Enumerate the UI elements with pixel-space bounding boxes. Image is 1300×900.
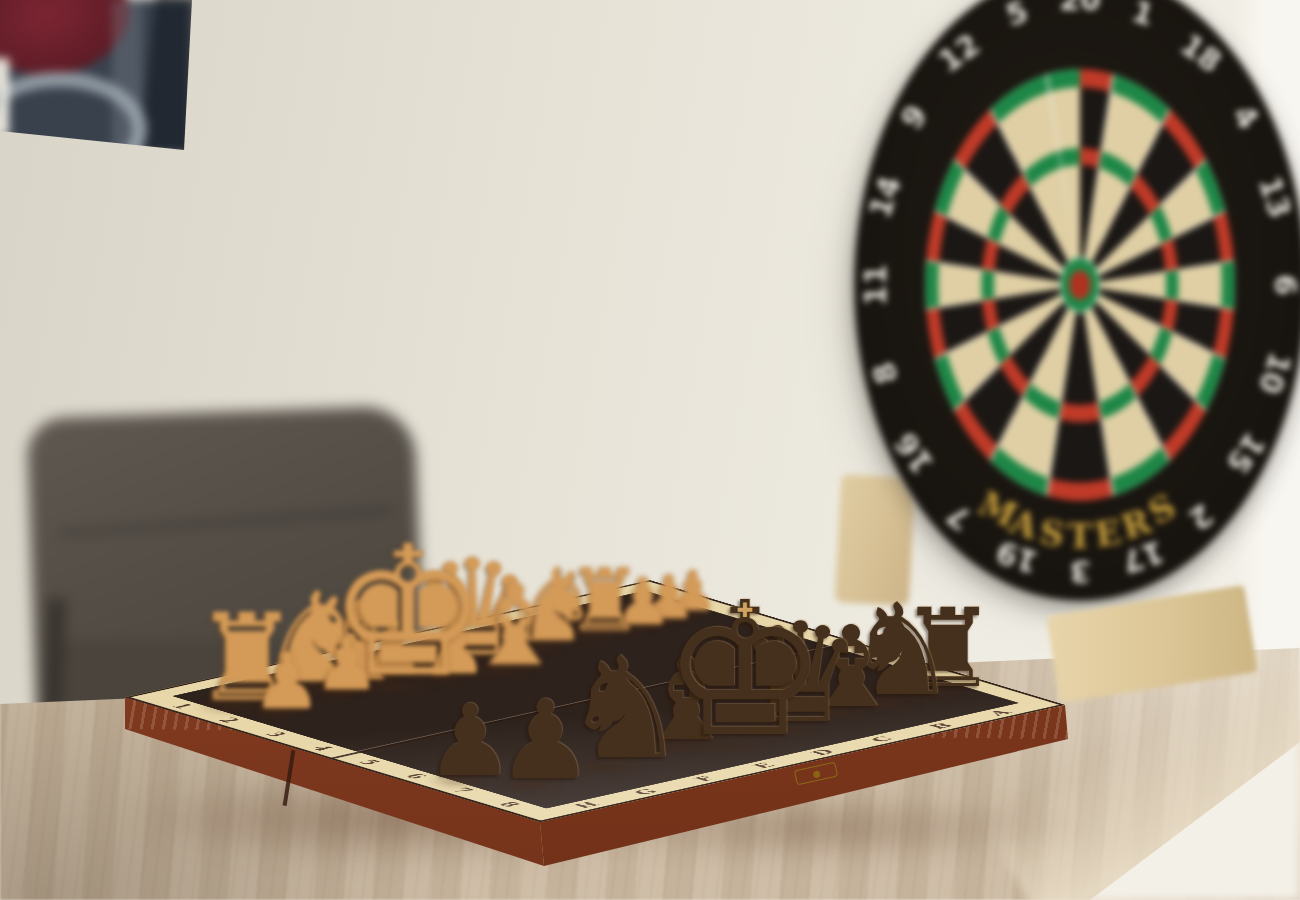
room-photo: 2011841361015217319716811149125 MASTERS … <box>0 0 1300 900</box>
king-cross-finial: ✚ <box>737 598 754 622</box>
chess-piece-light-pawn: ♟ <box>314 627 379 700</box>
chess-piece-dark-pawn: ♟ <box>496 686 594 795</box>
chess-pieces: ♟♟♟♜♞♛♝♟♟♝♚♞♟♜♞♜♟♝♛♝♚✚♞♟♟ <box>0 0 1300 900</box>
chess-piece-light-pawn: ♟ <box>252 642 322 720</box>
